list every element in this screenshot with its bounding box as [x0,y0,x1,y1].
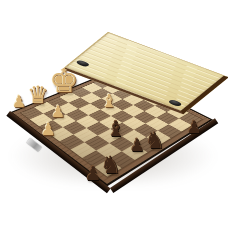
black-pawn-g1: ♟ [84,164,101,183]
product-photo-scene: ♚♛♟♟♟♝♝♟♞♟♞♟ [0,0,228,228]
black-knight-h1: ♞ [100,153,122,177]
black-pawn-h7: ♟ [186,119,201,136]
black-knight-h5: ♞ [145,129,166,152]
white-pawn-a1: ♟ [12,94,26,110]
white-king-a4: ♚ [49,64,79,97]
black-pawn-g4: ♟ [129,137,144,154]
white-pawn-c1: ♟ [40,121,55,138]
black-bishop-e4: ♝ [107,119,126,140]
white-bishop-c6: ♝ [101,92,117,110]
pieces-layer: ♚♛♟♟♟♝♝♟♞♟♞♟ [0,0,228,228]
white-pawn-b2: ♟ [51,104,65,120]
white-queen-a2: ♛ [27,83,49,107]
